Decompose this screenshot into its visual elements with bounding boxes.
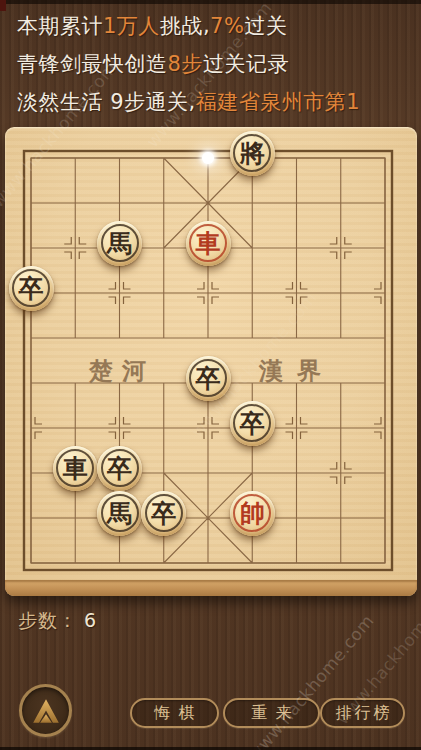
banner-line-2: 青锋剑最快创造8步过关记录 bbox=[17, 49, 413, 87]
piece-black-chariot[interactable]: 車 bbox=[53, 446, 98, 491]
banner-text: 本期累计 bbox=[17, 14, 103, 38]
piece-red-chariot[interactable]: 車 bbox=[186, 221, 231, 266]
watermark: www.hackhome.com bbox=[244, 611, 377, 750]
banner-highlight: 福建省泉州市第1 bbox=[196, 90, 360, 114]
corner-artifact bbox=[0, 0, 6, 11]
move-counter-label: 步数： bbox=[18, 609, 78, 631]
piece-glyph: 卒 bbox=[107, 455, 132, 481]
piece-black-pawn[interactable]: 卒 bbox=[141, 491, 186, 536]
banner-highlight: 1万人 bbox=[103, 14, 160, 38]
banner-line-3: 淡然生活 9步通关,福建省泉州市第1 bbox=[17, 87, 413, 125]
piece-glyph: 卒 bbox=[19, 275, 44, 301]
piece-black-pawn[interactable]: 卒 bbox=[186, 356, 231, 401]
piece-glyph: 卒 bbox=[240, 410, 265, 436]
piece-glyph: 卒 bbox=[151, 500, 176, 526]
river-label-left: 楚河 bbox=[89, 355, 155, 387]
collapse-panel-button[interactable] bbox=[19, 684, 72, 737]
banner-text: 淡然生活 9步通关, bbox=[17, 90, 196, 114]
banner-highlight: 7% bbox=[210, 14, 244, 38]
banner-line-1: 本期累计1万人挑战,7%过关 bbox=[17, 11, 413, 49]
piece-glyph: 將 bbox=[240, 140, 265, 166]
piece-glyph: 卒 bbox=[196, 365, 221, 391]
stats-banner: 本期累计1万人挑战,7%过关 青锋剑最快创造8步过关记录 淡然生活 9步通关,福… bbox=[17, 11, 413, 125]
banner-text: 过关 bbox=[244, 14, 287, 38]
banner-highlight: 8步 bbox=[168, 52, 203, 76]
banner-text: 青锋剑最快创造 bbox=[17, 52, 168, 76]
piece-glyph: 馬 bbox=[107, 500, 132, 526]
piece-red-general[interactable]: 帥 bbox=[230, 491, 275, 536]
banner-text: 挑战, bbox=[160, 14, 210, 38]
restart-button[interactable]: 重来 bbox=[223, 698, 320, 728]
double-chevron-up-icon bbox=[30, 695, 62, 727]
piece-glyph: 車 bbox=[196, 230, 221, 256]
piece-glyph: 帥 bbox=[240, 500, 265, 526]
piece-black-pawn[interactable]: 卒 bbox=[9, 266, 54, 311]
piece-glyph: 馬 bbox=[107, 230, 132, 256]
undo-move-button[interactable]: 悔棋 bbox=[130, 698, 219, 728]
xiangqi-board[interactable]: 楚河 漢界 將 馬 車 卒 卒 卒 車 卒 馬 卒 帥 bbox=[5, 127, 417, 596]
app-screen: 本期累计1万人挑战,7%过关 青锋剑最快创造8步过关记录 淡然生活 9步通关,福… bbox=[0, 0, 421, 750]
board-grid bbox=[5, 127, 417, 579]
last-move-highlight bbox=[202, 152, 214, 164]
piece-black-pawn[interactable]: 卒 bbox=[230, 401, 275, 446]
piece-glyph: 車 bbox=[63, 455, 88, 481]
river-label-right: 漢界 bbox=[259, 355, 335, 387]
piece-black-pawn[interactable]: 卒 bbox=[97, 446, 142, 491]
leaderboard-button[interactable]: 排行榜 bbox=[320, 698, 405, 728]
move-counter-value: 6 bbox=[84, 609, 97, 631]
piece-black-horse[interactable]: 馬 bbox=[97, 491, 142, 536]
piece-black-general[interactable]: 將 bbox=[230, 131, 275, 176]
move-counter: 步数：6 bbox=[18, 608, 97, 634]
banner-text: 过关记录 bbox=[203, 52, 289, 76]
piece-black-horse[interactable]: 馬 bbox=[97, 221, 142, 266]
